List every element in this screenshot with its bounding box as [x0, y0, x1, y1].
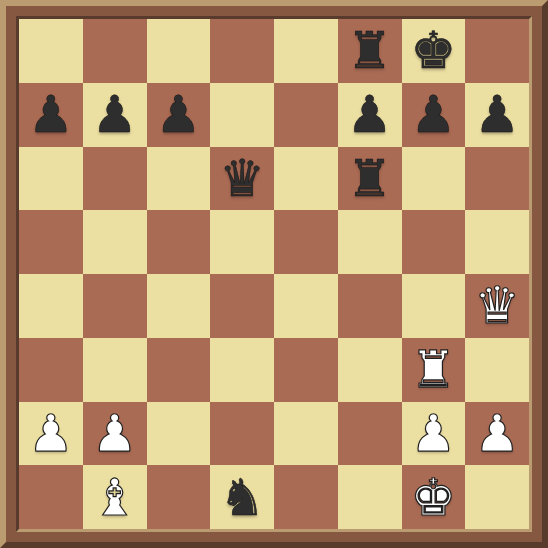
piece-black-rook[interactable]: ♜	[338, 147, 402, 211]
square-d1[interactable]: ♞	[210, 465, 274, 529]
square-e8[interactable]	[274, 19, 338, 83]
square-h1[interactable]	[465, 465, 529, 529]
square-g8[interactable]: ♚	[402, 19, 466, 83]
piece-black-queen[interactable]: ♛	[210, 147, 274, 211]
square-g1[interactable]: ♚	[402, 465, 466, 529]
square-f2[interactable]	[338, 402, 402, 466]
square-g7[interactable]: ♟	[402, 83, 466, 147]
square-e4[interactable]	[274, 274, 338, 338]
piece-white-pawn[interactable]: ♟	[83, 402, 147, 466]
square-a8[interactable]	[19, 19, 83, 83]
square-e6[interactable]	[274, 147, 338, 211]
square-b8[interactable]	[83, 19, 147, 83]
square-e2[interactable]	[274, 402, 338, 466]
square-b6[interactable]	[83, 147, 147, 211]
piece-black-rook[interactable]: ♜	[338, 19, 402, 83]
square-c2[interactable]	[147, 402, 211, 466]
square-d4[interactable]	[210, 274, 274, 338]
square-a5[interactable]	[19, 210, 83, 274]
square-c3[interactable]	[147, 338, 211, 402]
square-a3[interactable]	[19, 338, 83, 402]
square-f7[interactable]: ♟	[338, 83, 402, 147]
square-g6[interactable]	[402, 147, 466, 211]
square-b5[interactable]	[83, 210, 147, 274]
square-e7[interactable]	[274, 83, 338, 147]
square-d5[interactable]	[210, 210, 274, 274]
piece-black-pawn[interactable]: ♟	[465, 83, 529, 147]
piece-black-pawn[interactable]: ♟	[19, 83, 83, 147]
piece-white-queen[interactable]: ♛	[465, 274, 529, 338]
square-f5[interactable]	[338, 210, 402, 274]
square-d6[interactable]: ♛	[210, 147, 274, 211]
square-b3[interactable]	[83, 338, 147, 402]
square-h8[interactable]	[465, 19, 529, 83]
square-h6[interactable]	[465, 147, 529, 211]
board-inner-bevel: ♜♚♟♟♟♟♟♟♛♜♛♜♟♟♟♟♝♞♚	[16, 16, 532, 532]
square-e5[interactable]	[274, 210, 338, 274]
square-d3[interactable]	[210, 338, 274, 402]
piece-black-pawn[interactable]: ♟	[402, 83, 466, 147]
piece-white-pawn[interactable]: ♟	[465, 402, 529, 466]
square-b7[interactable]: ♟	[83, 83, 147, 147]
square-h3[interactable]	[465, 338, 529, 402]
square-d7[interactable]	[210, 83, 274, 147]
square-a7[interactable]: ♟	[19, 83, 83, 147]
square-g4[interactable]	[402, 274, 466, 338]
square-c6[interactable]	[147, 147, 211, 211]
square-d2[interactable]	[210, 402, 274, 466]
piece-white-king[interactable]: ♚	[402, 465, 466, 529]
square-e3[interactable]	[274, 338, 338, 402]
piece-black-pawn[interactable]: ♟	[83, 83, 147, 147]
square-a4[interactable]	[19, 274, 83, 338]
square-f4[interactable]	[338, 274, 402, 338]
square-g3[interactable]: ♜	[402, 338, 466, 402]
square-e1[interactable]	[274, 465, 338, 529]
square-c7[interactable]: ♟	[147, 83, 211, 147]
piece-white-bishop[interactable]: ♝	[83, 465, 147, 529]
square-f3[interactable]	[338, 338, 402, 402]
board-frame: ♜♚♟♟♟♟♟♟♛♜♛♜♟♟♟♟♝♞♚	[0, 0, 548, 548]
piece-white-pawn[interactable]: ♟	[402, 402, 466, 466]
square-g5[interactable]	[402, 210, 466, 274]
square-c1[interactable]	[147, 465, 211, 529]
square-d8[interactable]	[210, 19, 274, 83]
chess-board: ♜♚♟♟♟♟♟♟♛♜♛♜♟♟♟♟♝♞♚	[19, 19, 529, 529]
piece-black-knight[interactable]: ♞	[210, 465, 274, 529]
piece-black-king[interactable]: ♚	[402, 19, 466, 83]
square-h4[interactable]: ♛	[465, 274, 529, 338]
square-a6[interactable]	[19, 147, 83, 211]
square-b4[interactable]	[83, 274, 147, 338]
square-h2[interactable]: ♟	[465, 402, 529, 466]
square-f1[interactable]	[338, 465, 402, 529]
piece-white-rook[interactable]: ♜	[402, 338, 466, 402]
square-b2[interactable]: ♟	[83, 402, 147, 466]
square-f8[interactable]: ♜	[338, 19, 402, 83]
square-g2[interactable]: ♟	[402, 402, 466, 466]
square-h7[interactable]: ♟	[465, 83, 529, 147]
square-c4[interactable]	[147, 274, 211, 338]
square-h5[interactable]	[465, 210, 529, 274]
piece-white-pawn[interactable]: ♟	[19, 402, 83, 466]
square-b1[interactable]: ♝	[83, 465, 147, 529]
piece-black-pawn[interactable]: ♟	[147, 83, 211, 147]
square-c5[interactable]	[147, 210, 211, 274]
square-f6[interactable]: ♜	[338, 147, 402, 211]
square-a1[interactable]	[19, 465, 83, 529]
piece-black-pawn[interactable]: ♟	[338, 83, 402, 147]
square-c8[interactable]	[147, 19, 211, 83]
square-a2[interactable]: ♟	[19, 402, 83, 466]
